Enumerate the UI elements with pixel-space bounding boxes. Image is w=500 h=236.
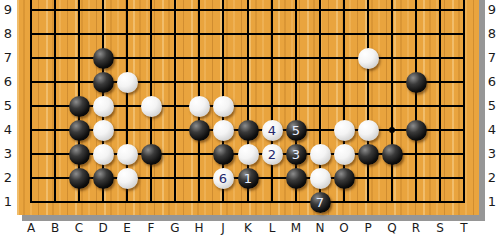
row-label-left-1: 1 bbox=[1, 195, 15, 209]
stone-white-O3[interactable] bbox=[334, 144, 355, 165]
stone-white-D5[interactable] bbox=[93, 96, 114, 117]
grid-vline-A bbox=[30, 0, 32, 203]
col-label-R: R bbox=[407, 221, 425, 235]
stone-white-N2[interactable] bbox=[310, 168, 331, 189]
col-label-D: D bbox=[94, 221, 112, 235]
stone-white-J5[interactable] bbox=[213, 96, 234, 117]
grid-vline-Q bbox=[391, 0, 393, 203]
go-diagram-screen: 4523617 998877665544332211ABCDEFGHJKLMNO… bbox=[0, 0, 500, 236]
stone-black-P3[interactable] bbox=[358, 144, 379, 165]
col-label-C: C bbox=[70, 221, 88, 235]
row-label-right-6: 6 bbox=[485, 75, 499, 89]
row-label-left-8: 8 bbox=[1, 27, 15, 41]
row-label-right-4: 4 bbox=[485, 123, 499, 137]
row-label-left-7: 7 bbox=[1, 51, 15, 65]
row-label-right-3: 3 bbox=[485, 147, 499, 161]
row-label-left-2: 2 bbox=[1, 171, 15, 185]
col-label-N: N bbox=[311, 221, 329, 235]
stone-white-F5[interactable] bbox=[141, 96, 162, 117]
row-label-right-1: 1 bbox=[485, 195, 499, 209]
stone-black-D2[interactable] bbox=[93, 168, 114, 189]
stone-black-M4[interactable]: 5 bbox=[286, 120, 307, 141]
grid-vline-G bbox=[174, 0, 176, 203]
col-label-A: A bbox=[22, 221, 40, 235]
grid-hline-8 bbox=[30, 33, 465, 35]
col-label-L: L bbox=[263, 221, 281, 235]
grid-vline-L bbox=[271, 0, 273, 203]
col-label-T: T bbox=[455, 221, 473, 235]
grid-vline-P bbox=[367, 0, 369, 203]
col-label-J: J bbox=[214, 221, 232, 235]
stone-black-J3[interactable] bbox=[213, 144, 234, 165]
grid-vline-R bbox=[415, 0, 417, 203]
row-label-right-5: 5 bbox=[485, 99, 499, 113]
grid-vline-S bbox=[439, 0, 441, 203]
stone-black-C5[interactable] bbox=[69, 96, 90, 117]
col-label-K: K bbox=[239, 221, 257, 235]
grid-vline-B bbox=[54, 0, 56, 203]
stone-white-D3[interactable] bbox=[93, 144, 114, 165]
stone-white-O4[interactable] bbox=[334, 120, 355, 141]
col-label-F: F bbox=[142, 221, 160, 235]
stone-white-P4[interactable] bbox=[358, 120, 379, 141]
col-label-G: G bbox=[166, 221, 184, 235]
row-label-right-8: 8 bbox=[485, 27, 499, 41]
stone-white-L4[interactable]: 4 bbox=[262, 120, 283, 141]
col-label-Q: Q bbox=[383, 221, 401, 235]
hoshi-Q4 bbox=[389, 127, 395, 133]
grid-hline-9 bbox=[30, 9, 465, 11]
stone-white-E6[interactable] bbox=[117, 72, 138, 93]
stone-white-D4[interactable] bbox=[93, 120, 114, 141]
stone-black-Q3[interactable] bbox=[382, 144, 403, 165]
stone-white-L3[interactable]: 2 bbox=[262, 144, 283, 165]
stone-black-R4[interactable] bbox=[406, 120, 427, 141]
stone-black-R6[interactable] bbox=[406, 72, 427, 93]
stone-white-N3[interactable] bbox=[310, 144, 331, 165]
col-label-B: B bbox=[46, 221, 64, 235]
col-label-P: P bbox=[359, 221, 377, 235]
stone-black-M3[interactable]: 3 bbox=[286, 144, 307, 165]
row-label-right-2: 2 bbox=[485, 171, 499, 185]
stone-black-H4[interactable] bbox=[189, 120, 210, 141]
stone-white-E2[interactable] bbox=[117, 168, 138, 189]
col-label-S: S bbox=[431, 221, 449, 235]
stone-black-D6[interactable] bbox=[93, 72, 114, 93]
row-label-right-9: 9 bbox=[485, 3, 499, 17]
stone-white-J4[interactable] bbox=[213, 120, 234, 141]
stone-white-E3[interactable] bbox=[117, 144, 138, 165]
stone-black-C3[interactable] bbox=[69, 144, 90, 165]
col-label-M: M bbox=[287, 221, 305, 235]
stone-black-C2[interactable] bbox=[69, 168, 90, 189]
row-label-left-3: 3 bbox=[1, 147, 15, 161]
grid-hline-1 bbox=[30, 201, 465, 203]
stone-white-H5[interactable] bbox=[189, 96, 210, 117]
stone-black-O2[interactable] bbox=[334, 168, 355, 189]
stone-black-M2[interactable] bbox=[286, 168, 307, 189]
row-label-left-6: 6 bbox=[1, 75, 15, 89]
stone-black-D7[interactable] bbox=[93, 48, 114, 69]
row-label-left-9: 9 bbox=[1, 3, 15, 17]
stone-black-K4[interactable] bbox=[238, 120, 259, 141]
stone-black-C4[interactable] bbox=[69, 120, 90, 141]
row-label-left-5: 5 bbox=[1, 99, 15, 113]
col-label-H: H bbox=[190, 221, 208, 235]
stone-black-N1[interactable]: 7 bbox=[310, 192, 331, 213]
col-label-E: E bbox=[118, 221, 136, 235]
stone-black-F3[interactable] bbox=[141, 144, 162, 165]
stone-white-P7[interactable] bbox=[358, 48, 379, 69]
row-label-left-4: 4 bbox=[1, 123, 15, 137]
grid-vline-T bbox=[463, 0, 465, 203]
stone-white-K3[interactable] bbox=[238, 144, 259, 165]
col-label-O: O bbox=[335, 221, 353, 235]
stone-black-K2[interactable]: 1 bbox=[238, 168, 259, 189]
row-label-right-7: 7 bbox=[485, 51, 499, 65]
stone-white-J2[interactable]: 6 bbox=[213, 168, 234, 189]
